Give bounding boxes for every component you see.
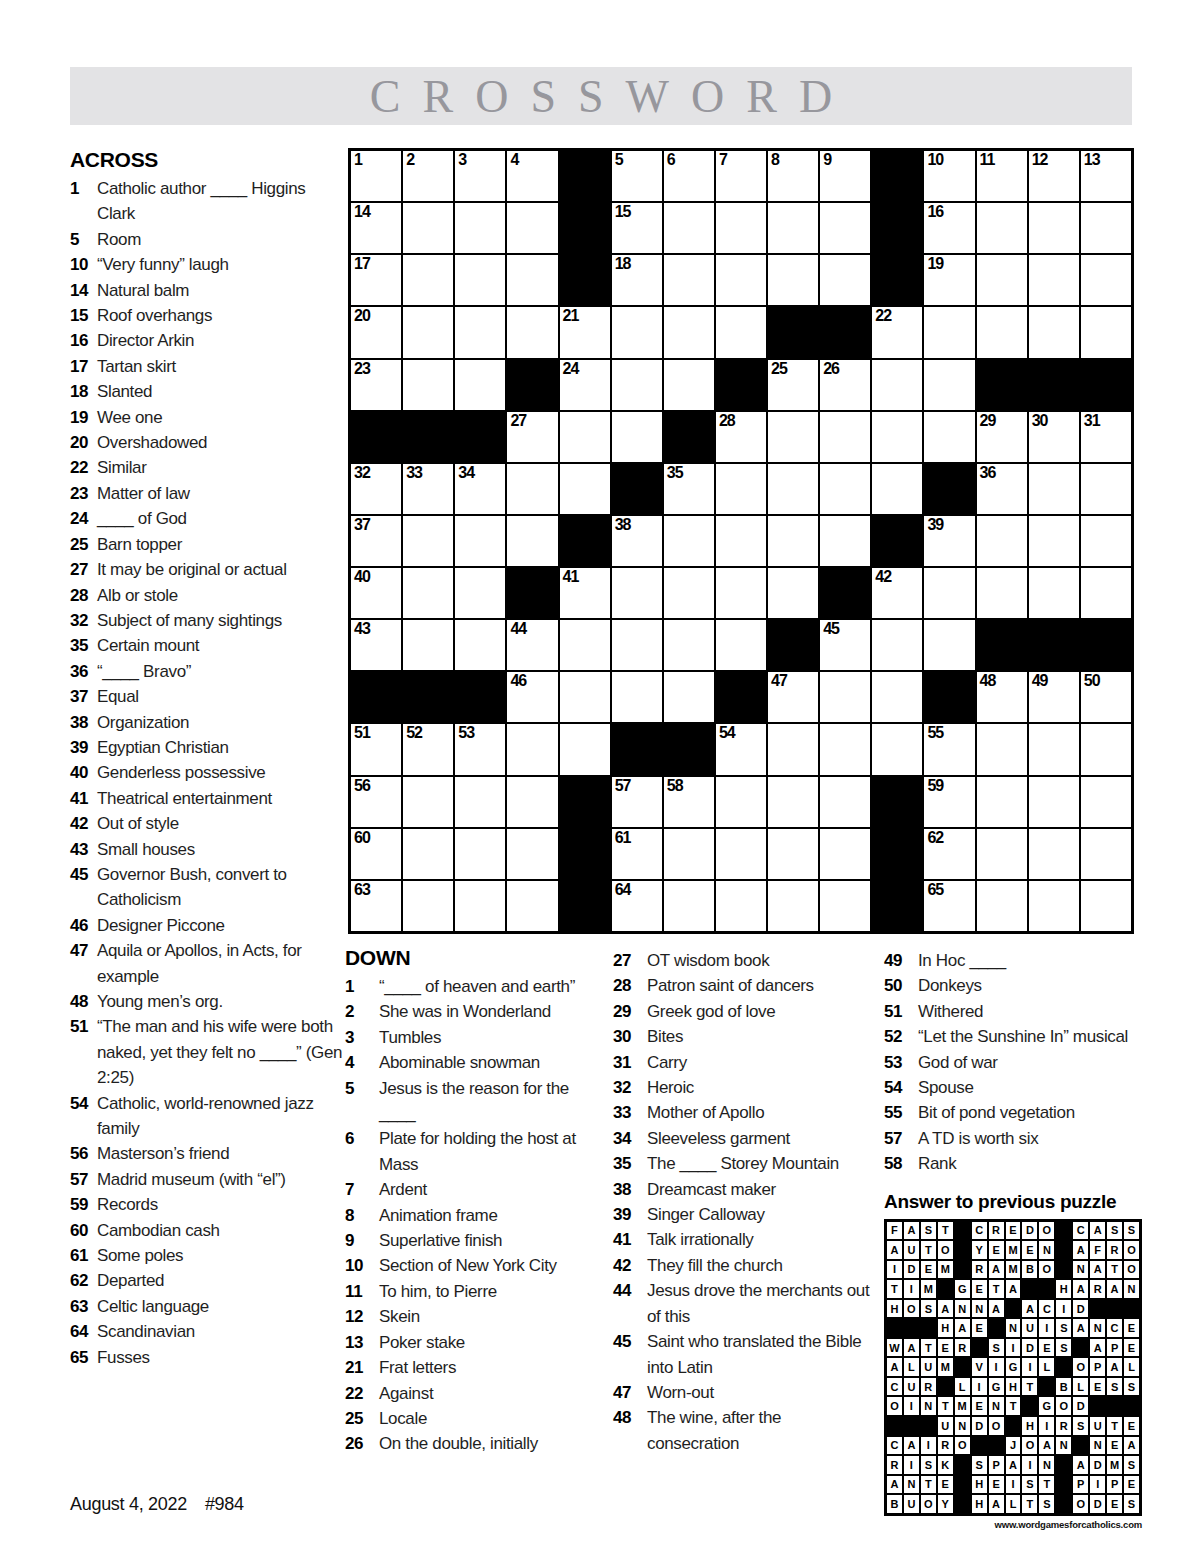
grid-cell-r6c14[interactable]: 30 — [1029, 412, 1079, 462]
down-clue-34: 34Sleeveless garment — [613, 1126, 877, 1151]
grid-cell-r12c13[interactable] — [977, 724, 1027, 774]
answer-black-cell-r10c15 — [1123, 1396, 1140, 1416]
down-clue-number-51: 51 — [884, 999, 918, 1024]
grid-cell-r5c1[interactable]: 23 — [351, 360, 401, 410]
grid-cell-r2c10[interactable] — [820, 203, 870, 253]
grid-cell-r15c13[interactable] — [977, 881, 1027, 931]
grid-cell-r2c3[interactable] — [455, 203, 505, 253]
grid-cell-r13c2[interactable] — [403, 777, 453, 827]
down-panel-column-3: 49In Hoc ____50Donkeys51Withered52“Let t… — [884, 948, 1142, 1530]
grid-cell-r12c4[interactable] — [507, 724, 557, 774]
grid-cell-r13c12[interactable]: 59 — [924, 777, 974, 827]
grid-cell-r15c1[interactable]: 63 — [351, 881, 401, 931]
grid-cell-r4c4[interactable] — [507, 307, 557, 357]
grid-cell-r5c10[interactable]: 26 — [820, 360, 870, 410]
answer-cell-r9c13: E — [1089, 1377, 1106, 1397]
grid-cell-r4c5[interactable]: 21 — [560, 307, 610, 357]
grid-cell-r7c4[interactable] — [507, 464, 557, 514]
grid-cell-r11c14[interactable]: 49 — [1029, 672, 1079, 722]
grid-cell-r1c2[interactable]: 2 — [403, 151, 453, 201]
grid-cell-r9c14[interactable] — [1029, 568, 1079, 618]
grid-cell-r7c2[interactable]: 33 — [403, 464, 453, 514]
across-clue-text-62: Departed — [97, 1268, 346, 1293]
grid-cell-r1c6[interactable]: 5 — [612, 151, 662, 201]
grid-cell-r15c7[interactable] — [664, 881, 714, 931]
grid-cell-r13c14[interactable] — [1029, 777, 1079, 827]
grid-cell-r8c8[interactable] — [716, 516, 766, 566]
grid-cell-r1c1[interactable]: 1 — [351, 151, 401, 201]
grid-cell-r13c4[interactable] — [507, 777, 557, 827]
grid-cell-r14c12[interactable]: 62 — [924, 829, 974, 879]
grid-cell-r4c12[interactable] — [924, 307, 974, 357]
grid-cell-r12c3[interactable]: 53 — [455, 724, 505, 774]
grid-cell-r11c9[interactable]: 47 — [768, 672, 818, 722]
grid-cell-r14c14[interactable] — [1029, 829, 1079, 879]
grid-cell-r3c6[interactable]: 18 — [612, 255, 662, 305]
grid-cell-r2c13[interactable] — [977, 203, 1027, 253]
grid-cell-r8c12[interactable]: 39 — [924, 516, 974, 566]
grid-cell-r15c6[interactable]: 64 — [612, 881, 662, 931]
answer-cell-r14c7: E — [988, 1475, 1005, 1495]
grid-cell-r3c7[interactable] — [664, 255, 714, 305]
grid-cell-r7c11[interactable] — [872, 464, 922, 514]
answer-cell-r6c15: E — [1123, 1318, 1140, 1338]
grid-cell-r3c4[interactable] — [507, 255, 557, 305]
grid-cell-r6c8[interactable]: 28 — [716, 412, 766, 462]
grid-cell-r6c15[interactable]: 31 — [1081, 412, 1131, 462]
grid-cell-r2c15[interactable] — [1081, 203, 1131, 253]
answer-cell-r6c6: E — [971, 1318, 988, 1338]
grid-cell-r4c8[interactable] — [716, 307, 766, 357]
clue-number-4: 4 — [510, 151, 518, 169]
answer-cell-r14c14: P — [1106, 1475, 1123, 1495]
grid-cell-r9c5[interactable]: 41 — [560, 568, 610, 618]
grid-cell-r1c3[interactable]: 3 — [455, 151, 505, 201]
grid-cell-r4c11[interactable]: 22 — [872, 307, 922, 357]
down-clue-25: 25Locale — [345, 1406, 608, 1431]
grid-cell-r6c5[interactable] — [560, 412, 610, 462]
across-clue-48: 48Young men’s org. — [70, 989, 346, 1014]
answer-cell-r2c7: E — [988, 1240, 1005, 1260]
answer-cell-r9c6: I — [971, 1377, 988, 1397]
grid-cell-r8c13[interactable] — [977, 516, 1027, 566]
grid-cell-r10c5[interactable] — [560, 620, 610, 670]
grid-cell-r10c6[interactable] — [612, 620, 662, 670]
across-clue-text-10: “Very funny” laugh — [97, 252, 346, 277]
down-clue-6: 6Plate for holding the host at Mass — [345, 1126, 608, 1177]
grid-cell-r12c1[interactable]: 51 — [351, 724, 401, 774]
grid-cell-r10c12[interactable] — [924, 620, 974, 670]
grid-cell-r12c8[interactable]: 54 — [716, 724, 766, 774]
down-clue-text-25: Locale — [379, 1406, 608, 1431]
clue-number-61: 61 — [615, 829, 631, 847]
clue-number-17: 17 — [354, 255, 370, 273]
across-clue-number-25: 25 — [70, 532, 97, 557]
grid-cell-r6c11[interactable] — [872, 412, 922, 462]
grid-cell-r5c7[interactable] — [664, 360, 714, 410]
clue-number-19: 19 — [927, 255, 943, 273]
answer-cell-r3c15: O — [1123, 1260, 1140, 1280]
grid-cell-r15c10[interactable] — [820, 881, 870, 931]
grid-cell-r7c8[interactable] — [716, 464, 766, 514]
grid-cell-r12c14[interactable] — [1029, 724, 1079, 774]
grid-cell-r9c9[interactable] — [768, 568, 818, 618]
black-cell-r6c3 — [455, 412, 505, 462]
across-clue-19: 19Wee one — [70, 405, 346, 430]
grid-cell-r5c2[interactable] — [403, 360, 453, 410]
grid-cell-r4c15[interactable] — [1081, 307, 1131, 357]
grid-cell-r9c15[interactable] — [1081, 568, 1131, 618]
grid-cell-r8c14[interactable] — [1029, 516, 1079, 566]
answer-to-previous-heading: Answer to previous puzzle — [884, 1191, 1142, 1213]
grid-cell-r12c2[interactable]: 52 — [403, 724, 453, 774]
grid-cell-r15c9[interactable] — [768, 881, 818, 931]
grid-cell-r3c9[interactable] — [768, 255, 818, 305]
grid-cell-r9c8[interactable] — [716, 568, 766, 618]
across-clue-number-62: 62 — [70, 1268, 97, 1293]
answer-cell-r2c4: O — [937, 1240, 954, 1260]
grid-cell-r3c1[interactable]: 17 — [351, 255, 401, 305]
answer-cell-r8c13: P — [1089, 1357, 1106, 1377]
grid-cell-r15c8[interactable] — [716, 881, 766, 931]
clue-number-51: 51 — [354, 724, 370, 742]
grid-cell-r15c4[interactable] — [507, 881, 557, 931]
answer-cell-r13c1: R — [886, 1455, 903, 1475]
grid-cell-r5c12[interactable] — [924, 360, 974, 410]
grid-cell-r7c13[interactable]: 36 — [977, 464, 1027, 514]
grid-cell-r9c11[interactable]: 42 — [872, 568, 922, 618]
grid-cell-r14c1[interactable]: 60 — [351, 829, 401, 879]
answer-black-cell-r5c8 — [1005, 1299, 1022, 1319]
across-clue-40: 40Genderless possessive — [70, 760, 346, 785]
grid-cell-r5c5[interactable]: 24 — [560, 360, 610, 410]
grid-cell-r3c8[interactable] — [716, 255, 766, 305]
grid-cell-r5c3[interactable] — [455, 360, 505, 410]
grid-cell-r7c3[interactable]: 34 — [455, 464, 505, 514]
grid-cell-r9c7[interactable] — [664, 568, 714, 618]
grid-cell-r8c4[interactable] — [507, 516, 557, 566]
across-clue-number-1: 1 — [70, 176, 97, 227]
grid-cell-r13c6[interactable]: 57 — [612, 777, 662, 827]
grid-cell-r8c10[interactable] — [820, 516, 870, 566]
grid-cell-r13c13[interactable] — [977, 777, 1027, 827]
grid-cell-r1c4[interactable]: 4 — [507, 151, 557, 201]
grid-cell-r5c9[interactable]: 25 — [768, 360, 818, 410]
footer-issue-number: #984 — [205, 1494, 244, 1514]
grid-cell-r7c5[interactable] — [560, 464, 610, 514]
grid-cell-r7c10[interactable] — [820, 464, 870, 514]
grid-cell-r13c15[interactable] — [1081, 777, 1131, 827]
grid-cell-r13c8[interactable] — [716, 777, 766, 827]
answer-cell-r8c4: M — [937, 1357, 954, 1377]
answer-cell-r15c8: L — [1005, 1494, 1022, 1514]
answer-cell-r13c15: S — [1123, 1455, 1140, 1475]
across-clue-56: 56Masterson’s friend — [70, 1141, 346, 1166]
black-cell-r7c6 — [612, 464, 662, 514]
down-clue-text-13: Poker stake — [379, 1330, 608, 1355]
grid-cell-r7c1[interactable]: 32 — [351, 464, 401, 514]
down-heading: DOWN — [345, 946, 608, 970]
grid-cell-r3c10[interactable] — [820, 255, 870, 305]
grid-cell-r8c15[interactable] — [1081, 516, 1131, 566]
answer-black-cell-r15c11 — [1055, 1494, 1072, 1514]
answer-cell-r9c15: S — [1123, 1377, 1140, 1397]
grid-cell-r15c2[interactable] — [403, 881, 453, 931]
grid-cell-r11c7[interactable] — [664, 672, 714, 722]
grid-cell-r12c10[interactable] — [820, 724, 870, 774]
down-clue-number-29: 29 — [613, 999, 647, 1024]
grid-cell-r11c4[interactable]: 46 — [507, 672, 557, 722]
grid-cell-r12c11[interactable] — [872, 724, 922, 774]
grid-cell-r2c6[interactable]: 15 — [612, 203, 662, 253]
down-clue-number-11: 11 — [345, 1279, 379, 1304]
grid-cell-r1c10[interactable]: 9 — [820, 151, 870, 201]
grid-cell-r10c2[interactable] — [403, 620, 453, 670]
grid-cell-r14c9[interactable] — [768, 829, 818, 879]
grid-cell-r10c7[interactable] — [664, 620, 714, 670]
grid-cell-r15c12[interactable]: 65 — [924, 881, 974, 931]
down-clue-57: 57A TD is worth six — [884, 1126, 1142, 1151]
answer-cell-r11c4: U — [937, 1416, 954, 1436]
grid-cell-r15c15[interactable] — [1081, 881, 1131, 931]
grid-cell-r11c10[interactable] — [820, 672, 870, 722]
grid-cell-r10c3[interactable] — [455, 620, 505, 670]
grid-cell-r8c6[interactable]: 38 — [612, 516, 662, 566]
clue-number-7: 7 — [719, 151, 727, 169]
grid-cell-r1c15[interactable]: 13 — [1081, 151, 1131, 201]
grid-cell-r2c7[interactable] — [664, 203, 714, 253]
grid-cell-r15c3[interactable] — [455, 881, 505, 931]
grid-cell-r13c3[interactable] — [455, 777, 505, 827]
grid-cell-r8c9[interactable] — [768, 516, 818, 566]
answer-cell-r6c14: C — [1106, 1318, 1123, 1338]
grid-cell-r4c2[interactable] — [403, 307, 453, 357]
grid-cell-r11c6[interactable] — [612, 672, 662, 722]
grid-cell-r2c8[interactable] — [716, 203, 766, 253]
black-cell-r8c5 — [560, 516, 610, 566]
grid-cell-r4c7[interactable] — [664, 307, 714, 357]
grid-cell-r7c7[interactable]: 35 — [664, 464, 714, 514]
grid-cell-r3c12[interactable]: 19 — [924, 255, 974, 305]
answer-cell-r8c14: A — [1106, 1357, 1123, 1377]
grid-cell-r12c5[interactable] — [560, 724, 610, 774]
down-clue-41: 41Talk irrationally — [613, 1227, 877, 1252]
grid-cell-r2c12[interactable]: 16 — [924, 203, 974, 253]
grid-cell-r11c5[interactable] — [560, 672, 610, 722]
across-clue-number-24: 24 — [70, 506, 97, 531]
grid-cell-r9c13[interactable] — [977, 568, 1027, 618]
grid-cell-r2c1[interactable]: 14 — [351, 203, 401, 253]
clue-number-58: 58 — [667, 777, 683, 795]
across-clue-number-17: 17 — [70, 354, 97, 379]
across-clue-text-17: Tartan skirt — [97, 354, 346, 379]
across-clue-41: 41Theatrical entertainment — [70, 786, 346, 811]
grid-cell-r10c10[interactable]: 45 — [820, 620, 870, 670]
grid-cell-r13c7[interactable]: 58 — [664, 777, 714, 827]
answer-cell-r14c4: E — [937, 1475, 954, 1495]
answer-cell-r1c15: S — [1123, 1221, 1140, 1241]
grid-cell-r9c1[interactable]: 40 — [351, 568, 401, 618]
across-clue-text-27: It may be original or actual — [97, 557, 346, 582]
across-clue-22: 22Similar — [70, 455, 346, 480]
grid-cell-r1c12[interactable]: 10 — [924, 151, 974, 201]
clue-number-50: 50 — [1084, 672, 1100, 690]
grid-cell-r2c4[interactable] — [507, 203, 557, 253]
across-clue-number-47: 47 — [70, 938, 97, 989]
down-clue-number-52: 52 — [884, 1024, 918, 1049]
grid-cell-r10c4[interactable]: 44 — [507, 620, 557, 670]
grid-cell-r4c6[interactable] — [612, 307, 662, 357]
black-cell-r14c5 — [560, 829, 610, 879]
grid-cell-r1c14[interactable]: 12 — [1029, 151, 1079, 201]
grid-cell-r8c1[interactable]: 37 — [351, 516, 401, 566]
grid-cell-r3c2[interactable] — [403, 255, 453, 305]
clue-number-3: 3 — [458, 151, 466, 169]
grid-cell-r7c9[interactable] — [768, 464, 818, 514]
grid-cell-r4c3[interactable] — [455, 307, 505, 357]
answer-black-cell-r13c11 — [1055, 1455, 1072, 1475]
across-clue-59: 59Records — [70, 1192, 346, 1217]
answer-cell-r15c6: H — [971, 1494, 988, 1514]
grid-cell-r3c3[interactable] — [455, 255, 505, 305]
across-clue-number-57: 57 — [70, 1167, 97, 1192]
grid-cell-r2c2[interactable] — [403, 203, 453, 253]
grid-cell-r6c9[interactable] — [768, 412, 818, 462]
clue-number-10: 10 — [927, 151, 943, 169]
down-clue-38: 38Dreamcast maker — [613, 1177, 877, 1202]
across-clue-text-19: Wee one — [97, 405, 346, 430]
grid-cell-r7c14[interactable] — [1029, 464, 1079, 514]
grid-cell-r7c15[interactable] — [1081, 464, 1131, 514]
grid-cell-r14c3[interactable] — [455, 829, 505, 879]
grid-cell-r13c10[interactable] — [820, 777, 870, 827]
grid-cell-r6c4[interactable]: 27 — [507, 412, 557, 462]
down-clue-number-1: 1 — [345, 974, 379, 999]
across-clue-number-65: 65 — [70, 1345, 97, 1370]
grid-cell-r13c9[interactable] — [768, 777, 818, 827]
down-clue-32: 32Heroic — [613, 1075, 877, 1100]
grid-cell-r12c12[interactable]: 55 — [924, 724, 974, 774]
answer-black-cell-r1c5 — [954, 1221, 971, 1241]
across-clue-text-35: Certain mount — [97, 633, 346, 658]
grid-cell-r9c3[interactable] — [455, 568, 505, 618]
answer-cell-r3c12: N — [1072, 1260, 1089, 1280]
answer-cell-r1c3: S — [920, 1221, 937, 1241]
down-clue-text-57: A TD is worth six — [918, 1126, 1142, 1151]
clue-number-33: 33 — [406, 464, 422, 482]
across-clue-text-64: Scandinavian — [97, 1319, 346, 1344]
down-clue-number-27: 27 — [613, 948, 647, 973]
grid-cell-r14c15[interactable] — [1081, 829, 1131, 879]
answer-black-cell-r6c3 — [920, 1318, 937, 1338]
answer-cell-r7c10: E — [1038, 1338, 1055, 1358]
answer-cell-r11c14: T — [1106, 1416, 1123, 1436]
grid-cell-r8c7[interactable] — [664, 516, 714, 566]
down-clue-4: 4Abominable snowman — [345, 1050, 608, 1075]
grid-cell-r15c14[interactable] — [1029, 881, 1079, 931]
answer-cell-r13c14: M — [1106, 1455, 1123, 1475]
grid-cell-r13c1[interactable]: 56 — [351, 777, 401, 827]
grid-cell-r10c8[interactable] — [716, 620, 766, 670]
clue-number-23: 23 — [354, 360, 370, 378]
answer-cell-r11c6: D — [971, 1416, 988, 1436]
down-clue-22: 22Against — [345, 1381, 608, 1406]
grid-cell-r11c15[interactable]: 50 — [1081, 672, 1131, 722]
grid-cell-r14c2[interactable] — [403, 829, 453, 879]
grid-cell-r14c10[interactable] — [820, 829, 870, 879]
across-clue-text-37: Equal — [97, 684, 346, 709]
across-clue-35: 35Certain mount — [70, 633, 346, 658]
grid-cell-r6c13[interactable]: 29 — [977, 412, 1027, 462]
title-band: CROSSWORD — [70, 67, 1132, 125]
clue-number-18: 18 — [615, 255, 631, 273]
grid-cell-r1c7[interactable]: 6 — [664, 151, 714, 201]
grid-cell-r2c9[interactable] — [768, 203, 818, 253]
grid-cell-r2c14[interactable] — [1029, 203, 1079, 253]
grid-cell-r14c7[interactable] — [664, 829, 714, 879]
down-clue-text-52: “Let the Sunshine In” musical — [918, 1024, 1142, 1049]
grid-cell-r14c6[interactable]: 61 — [612, 829, 662, 879]
clue-number-25: 25 — [771, 360, 787, 378]
grid-cell-r11c13[interactable]: 48 — [977, 672, 1027, 722]
grid-cell-r5c6[interactable] — [612, 360, 662, 410]
grid-cell-r5c11[interactable] — [872, 360, 922, 410]
grid-cell-r3c14[interactable] — [1029, 255, 1079, 305]
grid-cell-r1c13[interactable]: 11 — [977, 151, 1027, 201]
answer-cell-r6c8: N — [1005, 1318, 1022, 1338]
grid-cell-r3c13[interactable] — [977, 255, 1027, 305]
grid-cell-r6c6[interactable] — [612, 412, 662, 462]
grid-cell-r11c11[interactable] — [872, 672, 922, 722]
down-clue-number-41: 41 — [613, 1227, 647, 1252]
across-clue-number-15: 15 — [70, 303, 97, 328]
answer-cell-r9c14: S — [1106, 1377, 1123, 1397]
grid-cell-r9c2[interactable] — [403, 568, 453, 618]
black-cell-r11c2 — [403, 672, 453, 722]
down-panel-column-1: DOWN 1“____ of heaven and earth”2She was… — [345, 946, 608, 1457]
grid-cell-r6c12[interactable] — [924, 412, 974, 462]
down-clue-2: 2She was in Wonderland — [345, 999, 608, 1024]
grid-cell-r10c11[interactable] — [872, 620, 922, 670]
down-clue-42: 42They fill the church — [613, 1253, 877, 1278]
grid-cell-r14c13[interactable] — [977, 829, 1027, 879]
grid-cell-r10c1[interactable]: 43 — [351, 620, 401, 670]
grid-cell-r1c9[interactable]: 8 — [768, 151, 818, 201]
grid-cell-r4c14[interactable] — [1029, 307, 1079, 357]
grid-cell-r14c8[interactable] — [716, 829, 766, 879]
clue-number-21: 21 — [563, 307, 579, 325]
grid-cell-r6c10[interactable] — [820, 412, 870, 462]
down-clue-45: 45Saint who translated the Bible into La… — [613, 1329, 877, 1380]
grid-cell-r8c3[interactable] — [455, 516, 505, 566]
grid-cell-r4c13[interactable] — [977, 307, 1027, 357]
across-clue-number-16: 16 — [70, 328, 97, 353]
grid-cell-r9c12[interactable] — [924, 568, 974, 618]
answer-black-cell-r14c11 — [1055, 1475, 1072, 1495]
down-clue-text-49: In Hoc ____ — [918, 948, 1142, 973]
answer-cell-r10c10: G — [1038, 1396, 1055, 1416]
grid-cell-r12c9[interactable] — [768, 724, 818, 774]
puzzle-grid[interactable]: 1234567891011121314151617181920212223242… — [348, 148, 1134, 934]
grid-cell-r12c15[interactable] — [1081, 724, 1131, 774]
grid-cell-r14c4[interactable] — [507, 829, 557, 879]
grid-cell-r3c15[interactable] — [1081, 255, 1131, 305]
grid-cell-r4c1[interactable]: 20 — [351, 307, 401, 357]
answer-cell-r5c9: A — [1021, 1299, 1038, 1319]
grid-cell-r1c8[interactable]: 7 — [716, 151, 766, 201]
grid-cell-r8c2[interactable] — [403, 516, 453, 566]
grid-cell-r9c6[interactable] — [612, 568, 662, 618]
